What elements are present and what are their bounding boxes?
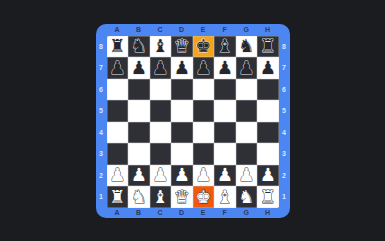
rank-label-3: 3 [96,143,107,165]
white-pawn[interactable]: ♟ [217,166,233,184]
square-d8[interactable]: ♛ [171,36,193,58]
square-a6[interactable] [107,79,129,101]
file-label-g: G [236,24,258,36]
white-king[interactable]: ♚ [195,188,211,206]
square-d4[interactable] [171,122,193,144]
square-b2[interactable]: ♟ [128,165,150,187]
black-pawn[interactable]: ♟ [238,59,254,77]
chess-board-frame: ABCDEFGH ABCDEFGH 87654321 87654321 ♜♞♝♛… [96,24,290,218]
square-e7[interactable]: ♟ [193,57,215,79]
square-h4[interactable] [257,122,279,144]
white-pawn[interactable]: ♟ [109,166,125,184]
file-labels-top: ABCDEFGH [107,24,279,36]
square-g1[interactable]: ♞ [236,186,258,208]
white-pawn[interactable]: ♟ [152,166,168,184]
square-c7[interactable]: ♟ [150,57,172,79]
white-pawn[interactable]: ♟ [238,166,254,184]
white-rook[interactable]: ♜ [109,188,125,206]
rank-label-6: 6 [279,79,290,101]
app-background: ABCDEFGH ABCDEFGH 87654321 87654321 ♜♞♝♛… [0,0,385,241]
square-c2[interactable]: ♟ [150,165,172,187]
square-e8[interactable]: ♚ [193,36,215,58]
black-rook[interactable]: ♜ [109,37,125,55]
square-d6[interactable] [171,79,193,101]
square-e3[interactable] [193,143,215,165]
white-knight[interactable]: ♞ [131,188,147,206]
rank-label-8: 8 [96,36,107,58]
square-a3[interactable] [107,143,129,165]
square-c8[interactable]: ♝ [150,36,172,58]
black-knight[interactable]: ♞ [238,37,254,55]
black-rook[interactable]: ♜ [260,37,276,55]
file-labels-bottom: ABCDEFGH [107,208,279,218]
square-c3[interactable] [150,143,172,165]
square-e1[interactable]: ♚ [193,186,215,208]
file-label-d: D [171,24,193,36]
square-b3[interactable] [128,143,150,165]
square-e6[interactable] [193,79,215,101]
square-f5[interactable] [214,100,236,122]
square-a5[interactable] [107,100,129,122]
black-knight[interactable]: ♞ [131,37,147,55]
square-c4[interactable] [150,122,172,144]
rank-label-7: 7 [96,57,107,79]
rank-label-2: 2 [96,165,107,187]
square-b6[interactable] [128,79,150,101]
file-label-b: B [128,24,150,36]
white-pawn[interactable]: ♟ [260,166,276,184]
black-bishop[interactable]: ♝ [152,37,168,55]
square-h1[interactable]: ♜ [257,186,279,208]
square-h8[interactable]: ♜ [257,36,279,58]
square-f8[interactable]: ♝ [214,36,236,58]
square-g3[interactable] [236,143,258,165]
white-rook[interactable]: ♜ [260,188,276,206]
square-f2[interactable]: ♟ [214,165,236,187]
rank-label-1: 1 [96,186,107,208]
square-g6[interactable] [236,79,258,101]
file-label-h: H [257,24,279,36]
square-f3[interactable] [214,143,236,165]
rank-label-5: 5 [279,100,290,122]
square-b4[interactable] [128,122,150,144]
rank-label-4: 4 [279,122,290,144]
file-label-a: A [107,24,129,36]
black-pawn[interactable]: ♟ [195,59,211,77]
file-label-c: C [150,208,172,218]
square-c6[interactable] [150,79,172,101]
square-b1[interactable]: ♞ [128,186,150,208]
square-g2[interactable]: ♟ [236,165,258,187]
square-f6[interactable] [214,79,236,101]
square-f7[interactable]: ♟ [214,57,236,79]
square-e5[interactable] [193,100,215,122]
square-b5[interactable] [128,100,150,122]
white-bishop[interactable]: ♝ [217,188,233,206]
rank-label-6: 6 [96,79,107,101]
white-queen[interactable]: ♛ [174,188,190,206]
square-b8[interactable]: ♞ [128,36,150,58]
rank-label-5: 5 [96,100,107,122]
black-pawn[interactable]: ♟ [131,59,147,77]
square-d2[interactable]: ♟ [171,165,193,187]
rank-label-1: 1 [279,186,290,208]
square-g4[interactable] [236,122,258,144]
white-pawn[interactable]: ♟ [195,166,211,184]
square-h6[interactable] [257,79,279,101]
square-d5[interactable] [171,100,193,122]
rank-labels-right: 87654321 [279,36,290,208]
square-g5[interactable] [236,100,258,122]
white-bishop[interactable]: ♝ [152,188,168,206]
square-a2[interactable]: ♟ [107,165,129,187]
square-h3[interactable] [257,143,279,165]
rank-labels-left: 87654321 [96,36,107,208]
file-label-c: C [150,24,172,36]
square-a1[interactable]: ♜ [107,186,129,208]
square-d3[interactable] [171,143,193,165]
square-a7[interactable]: ♟ [107,57,129,79]
file-label-f: F [214,208,236,218]
square-d1[interactable]: ♛ [171,186,193,208]
file-label-d: D [171,208,193,218]
chess-board: ♜♞♝♛♚♝♞♜♟♟♟♟♟♟♟♟♟♟♟♟♟♟♟♟♜♞♝♛♚♝♞♜ [107,36,279,208]
white-knight[interactable]: ♞ [238,188,254,206]
black-pawn[interactable]: ♟ [217,59,233,77]
square-f1[interactable]: ♝ [214,186,236,208]
square-e4[interactable] [193,122,215,144]
square-b7[interactable]: ♟ [128,57,150,79]
square-e2[interactable]: ♟ [193,165,215,187]
black-king[interactable]: ♚ [195,37,211,55]
file-label-e: E [193,24,215,36]
black-pawn[interactable]: ♟ [109,59,125,77]
square-c1[interactable]: ♝ [150,186,172,208]
rank-label-7: 7 [279,57,290,79]
file-label-b: B [128,208,150,218]
square-a8[interactable]: ♜ [107,36,129,58]
rank-label-2: 2 [279,165,290,187]
square-h2[interactable]: ♟ [257,165,279,187]
square-g8[interactable]: ♞ [236,36,258,58]
black-pawn[interactable]: ♟ [260,59,276,77]
white-pawn[interactable]: ♟ [174,166,190,184]
black-queen[interactable]: ♛ [174,37,190,55]
file-label-a: A [107,208,129,218]
rank-label-8: 8 [279,36,290,58]
square-d7[interactable]: ♟ [171,57,193,79]
black-bishop[interactable]: ♝ [217,37,233,55]
square-c5[interactable] [150,100,172,122]
black-pawn[interactable]: ♟ [152,59,168,77]
square-f4[interactable] [214,122,236,144]
file-label-h: H [257,208,279,218]
white-pawn[interactable]: ♟ [131,166,147,184]
rank-label-3: 3 [279,143,290,165]
file-label-f: F [214,24,236,36]
file-label-g: G [236,208,258,218]
black-pawn[interactable]: ♟ [174,59,190,77]
square-h5[interactable] [257,100,279,122]
square-a4[interactable] [107,122,129,144]
rank-label-4: 4 [96,122,107,144]
file-label-e: E [193,208,215,218]
square-g7[interactable]: ♟ [236,57,258,79]
square-h7[interactable]: ♟ [257,57,279,79]
